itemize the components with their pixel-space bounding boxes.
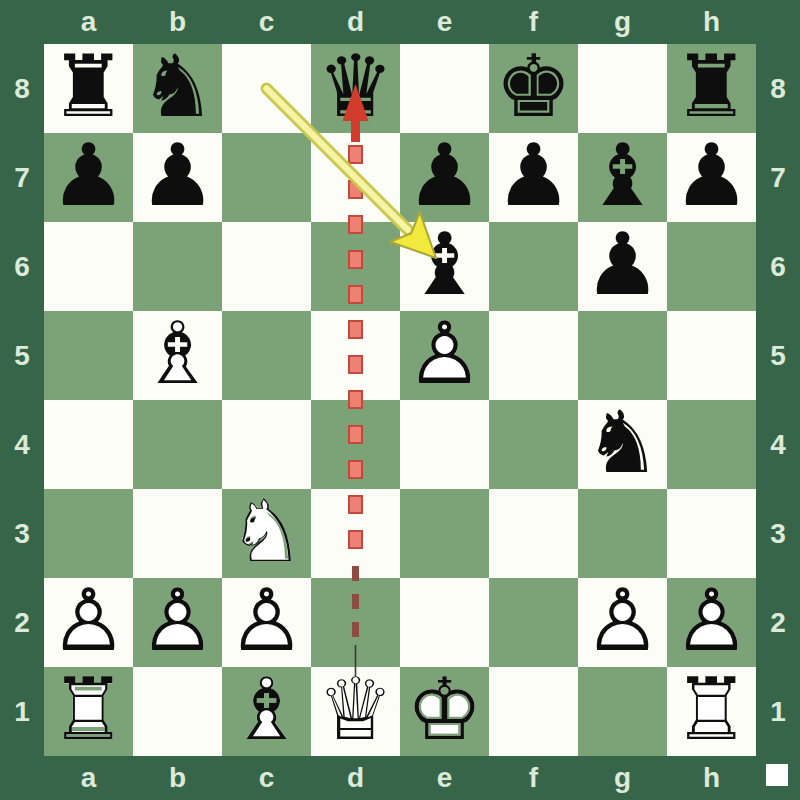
black-pawn-f7[interactable]: ♟ [489, 133, 578, 222]
square-b8[interactable]: ♞ [133, 44, 222, 133]
white-pawn-e5[interactable]: ♟♙ [400, 311, 489, 400]
square-a6[interactable] [44, 222, 133, 311]
square-f4[interactable] [489, 400, 578, 489]
white-rook-a1[interactable]: ♜♖ [44, 667, 133, 756]
black-rook-a8[interactable]: ♜ [44, 44, 133, 133]
file-label-e: e [400, 756, 489, 800]
square-g1[interactable] [578, 667, 667, 756]
square-g8[interactable] [578, 44, 667, 133]
black-rook-h8[interactable]: ♜ [667, 44, 756, 133]
square-b2[interactable]: ♟♙ [133, 578, 222, 667]
rank-labels-right: 87654321 [756, 44, 800, 756]
square-d8[interactable]: ♛ [311, 44, 400, 133]
file-label-h: h [667, 756, 756, 800]
black-pawn-g6[interactable]: ♟ [578, 222, 667, 311]
square-d7[interactable] [311, 133, 400, 222]
square-h3[interactable] [667, 489, 756, 578]
rank-label-1: 1 [0, 667, 44, 756]
rank-label-1: 1 [756, 667, 800, 756]
square-g7[interactable]: ♝ [578, 133, 667, 222]
square-c3[interactable]: ♞♘ [222, 489, 311, 578]
rank-label-4: 4 [756, 400, 800, 489]
square-a5[interactable] [44, 311, 133, 400]
black-king-f8[interactable]: ♚ [489, 44, 578, 133]
file-label-g: g [578, 756, 667, 800]
square-f2[interactable] [489, 578, 578, 667]
black-pawn-a7[interactable]: ♟ [44, 133, 133, 222]
white-pawn-g2[interactable]: ♟♙ [578, 578, 667, 667]
white-knight-c3[interactable]: ♞♘ [222, 489, 311, 578]
white-king-e1[interactable]: ♚♔ [400, 667, 489, 756]
black-pawn-e7[interactable]: ♟ [400, 133, 489, 222]
black-knight-g4[interactable]: ♞ [578, 400, 667, 489]
square-e4[interactable] [400, 400, 489, 489]
square-c2[interactable]: ♟♙ [222, 578, 311, 667]
square-f1[interactable] [489, 667, 578, 756]
square-c1[interactable]: ♝♗ [222, 667, 311, 756]
square-d5[interactable] [311, 311, 400, 400]
square-f6[interactable] [489, 222, 578, 311]
rank-label-8: 8 [756, 44, 800, 133]
square-b1[interactable] [133, 667, 222, 756]
square-f3[interactable] [489, 489, 578, 578]
square-g3[interactable] [578, 489, 667, 578]
rank-label-6: 6 [756, 222, 800, 311]
white-pawn-b2[interactable]: ♟♙ [133, 578, 222, 667]
square-d1[interactable]: ♛♕ [311, 667, 400, 756]
square-c5[interactable] [222, 311, 311, 400]
white-queen-d1[interactable]: ♛♕ [311, 667, 400, 756]
square-b6[interactable] [133, 222, 222, 311]
square-e3[interactable] [400, 489, 489, 578]
white-pawn-a2[interactable]: ♟♙ [44, 578, 133, 667]
square-d2[interactable] [311, 578, 400, 667]
white-bishop-b5[interactable]: ♝♗ [133, 311, 222, 400]
black-bishop-g7[interactable]: ♝ [578, 133, 667, 222]
square-g5[interactable] [578, 311, 667, 400]
file-label-g: g [578, 0, 667, 44]
rank-label-4: 4 [0, 400, 44, 489]
file-label-a: a [44, 756, 133, 800]
square-h5[interactable] [667, 311, 756, 400]
file-label-b: b [133, 756, 222, 800]
rank-label-5: 5 [0, 311, 44, 400]
square-f5[interactable] [489, 311, 578, 400]
square-b3[interactable] [133, 489, 222, 578]
file-label-d: d [311, 756, 400, 800]
square-b7[interactable]: ♟ [133, 133, 222, 222]
square-d3[interactable] [311, 489, 400, 578]
square-h7[interactable]: ♟ [667, 133, 756, 222]
square-g2[interactable]: ♟♙ [578, 578, 667, 667]
rank-label-8: 8 [0, 44, 44, 133]
white-bishop-c1[interactable]: ♝♗ [222, 667, 311, 756]
square-h2[interactable]: ♟♙ [667, 578, 756, 667]
square-c6[interactable] [222, 222, 311, 311]
square-a7[interactable]: ♟ [44, 133, 133, 222]
rank-label-2: 2 [756, 578, 800, 667]
rank-label-7: 7 [756, 133, 800, 222]
file-label-c: c [222, 0, 311, 44]
black-pawn-b7[interactable]: ♟ [133, 133, 222, 222]
square-b4[interactable] [133, 400, 222, 489]
rank-label-2: 2 [0, 578, 44, 667]
rank-label-7: 7 [0, 133, 44, 222]
square-d4[interactable] [311, 400, 400, 489]
file-label-f: f [489, 756, 578, 800]
file-label-c: c [222, 756, 311, 800]
square-g6[interactable]: ♟ [578, 222, 667, 311]
square-f8[interactable]: ♚ [489, 44, 578, 133]
board-squares: ♜♞♛♚♜♟♟♟♟♝♟♝♟♝♗♟♙♞♞♘♟♙♟♙♟♙♟♙♟♙♜♖♝♗♛♕♚♔♜♖ [44, 44, 756, 756]
file-label-e: e [400, 0, 489, 44]
square-h6[interactable] [667, 222, 756, 311]
square-e6[interactable]: ♝ [400, 222, 489, 311]
black-pawn-h7[interactable]: ♟ [667, 133, 756, 222]
white-pawn-h2[interactable]: ♟♙ [667, 578, 756, 667]
square-a8[interactable]: ♜ [44, 44, 133, 133]
black-queen-d8[interactable]: ♛ [311, 44, 400, 133]
square-c7[interactable] [222, 133, 311, 222]
black-knight-b8[interactable]: ♞ [133, 44, 222, 133]
square-e8[interactable] [400, 44, 489, 133]
square-e2[interactable] [400, 578, 489, 667]
square-c8[interactable] [222, 44, 311, 133]
white-rook-h1[interactable]: ♜♖ [667, 667, 756, 756]
square-c4[interactable] [222, 400, 311, 489]
square-a3[interactable] [44, 489, 133, 578]
square-e7[interactable]: ♟ [400, 133, 489, 222]
file-labels-bottom: abcdefgh [44, 756, 756, 800]
square-e1[interactable]: ♚♔ [400, 667, 489, 756]
white-pawn-c2[interactable]: ♟♙ [222, 578, 311, 667]
rank-label-5: 5 [756, 311, 800, 400]
square-h4[interactable] [667, 400, 756, 489]
rank-labels-left: 87654321 [0, 44, 44, 756]
square-d6[interactable] [311, 222, 400, 311]
square-a1[interactable]: ♜♖ [44, 667, 133, 756]
white-to-move-indicator [766, 764, 788, 786]
square-a4[interactable] [44, 400, 133, 489]
square-h8[interactable]: ♜ [667, 44, 756, 133]
square-a2[interactable]: ♟♙ [44, 578, 133, 667]
square-g4[interactable]: ♞ [578, 400, 667, 489]
square-b5[interactable]: ♝♗ [133, 311, 222, 400]
square-e5[interactable]: ♟♙ [400, 311, 489, 400]
rank-label-3: 3 [756, 489, 800, 578]
square-f7[interactable]: ♟ [489, 133, 578, 222]
chessboard: abcdefgh abcdefgh 87654321 87654321 ♜♞♛♚… [0, 0, 800, 800]
square-h1[interactable]: ♜♖ [667, 667, 756, 756]
rank-label-6: 6 [0, 222, 44, 311]
black-bishop-e6[interactable]: ♝ [400, 222, 489, 311]
rank-label-3: 3 [0, 489, 44, 578]
